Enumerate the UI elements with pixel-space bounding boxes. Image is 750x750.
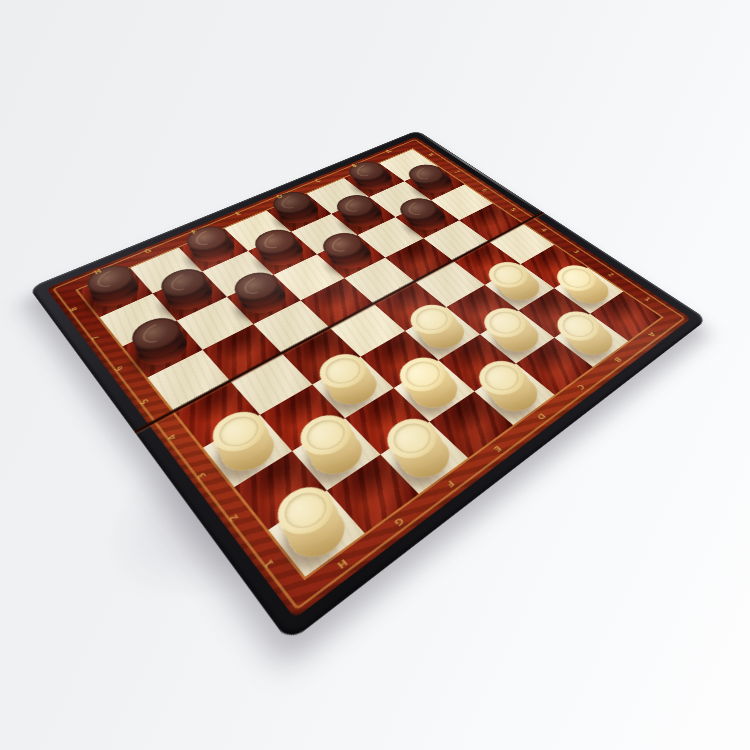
photo-stage: HH88GG77FF66EE55DD44CC33BB22AA11 [0, 0, 750, 750]
